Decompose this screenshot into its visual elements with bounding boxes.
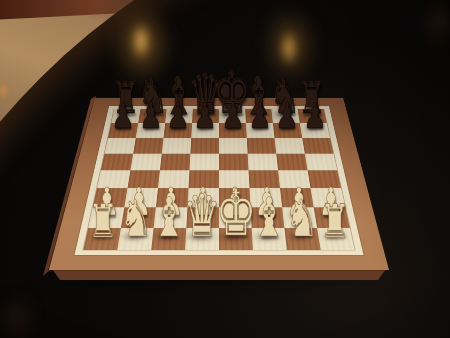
white-knight-icon: ♞ bbox=[119, 193, 152, 244]
piece-black-pawn-a7: ♟ bbox=[110, 106, 136, 135]
piece-black-pawn-f7: ♟ bbox=[247, 106, 273, 135]
piece-black-pawn-c7: ♟ bbox=[165, 106, 191, 135]
black-pawn-icon: ♟ bbox=[276, 98, 299, 134]
white-rook-icon: ♜ bbox=[88, 197, 118, 243]
piece-black-pawn-d7: ♟ bbox=[192, 106, 218, 135]
black-pawn-icon: ♟ bbox=[112, 98, 135, 134]
black-pawn-icon: ♟ bbox=[194, 98, 217, 134]
piece-white-rook-h1: ♜ bbox=[319, 207, 352, 244]
chess-photo-scene: ♜♞♝♛♚♝♞♜♟♟♟♟♟♟♟♟♟♟♟♟♟♟♟♟♜♞♝♛♚♝♞♜ bbox=[0, 0, 450, 338]
black-pawn-icon: ♟ bbox=[139, 98, 162, 134]
piece-white-bishop-f1: ♝ bbox=[250, 202, 289, 245]
white-knight-icon: ♞ bbox=[286, 193, 319, 244]
piece-black-pawn-h7: ♟ bbox=[302, 106, 328, 135]
pieces-layer: ♜♞♝♛♚♝♞♜♟♟♟♟♟♟♟♟♟♟♟♟♟♟♟♟♜♞♝♛♚♝♞♜ bbox=[0, 0, 450, 338]
piece-white-knight-b1: ♞ bbox=[117, 203, 154, 244]
white-rook-icon: ♜ bbox=[320, 197, 350, 243]
piece-white-rook-a1: ♜ bbox=[86, 207, 119, 244]
piece-white-knight-g1: ♞ bbox=[284, 203, 321, 244]
piece-black-pawn-e7: ♟ bbox=[220, 106, 246, 135]
piece-black-pawn-g7: ♟ bbox=[274, 106, 300, 135]
black-pawn-icon: ♟ bbox=[221, 98, 244, 134]
black-pawn-icon: ♟ bbox=[166, 98, 189, 134]
black-pawn-icon: ♟ bbox=[303, 98, 326, 134]
black-pawn-icon: ♟ bbox=[248, 98, 271, 134]
piece-black-pawn-b7: ♟ bbox=[138, 106, 164, 135]
white-bishop-icon: ♝ bbox=[252, 191, 287, 245]
